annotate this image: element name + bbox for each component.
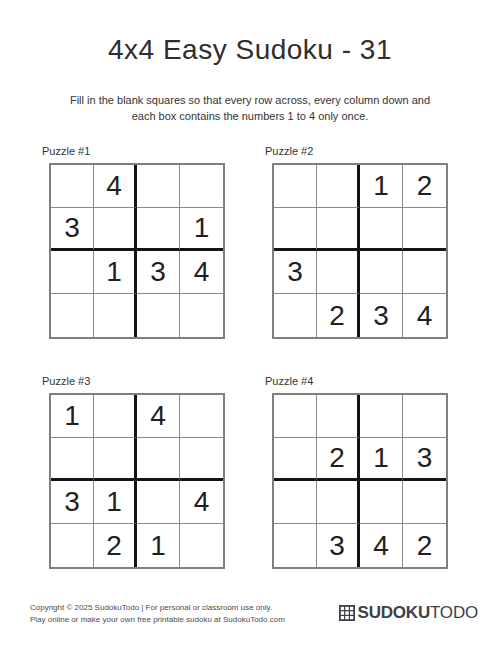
logo-text-todo: TODO [430, 603, 478, 622]
cell-r3c2[interactable] [317, 481, 360, 524]
cell-r3c3[interactable] [360, 251, 403, 294]
cell-r2c1[interactable] [51, 438, 94, 481]
puzzle-4-label: Puzzle #4 [265, 375, 465, 387]
cell-r1c3[interactable]: 4 [137, 395, 180, 438]
cell-r1c2[interactable] [94, 395, 137, 438]
copyright-line-2: Play online or make your own free printa… [30, 614, 285, 626]
cell-r1c4[interactable] [180, 165, 223, 208]
cell-r3c3[interactable] [360, 481, 403, 524]
cell-r3c1[interactable] [274, 481, 317, 524]
cell-r3c1[interactable]: 3 [274, 251, 317, 294]
logo-text-sudoku: SUDOKU [358, 603, 430, 622]
puzzle-1-label: Puzzle #1 [42, 145, 242, 157]
cell-r3c4[interactable]: 4 [180, 251, 223, 294]
cell-r2c1[interactable] [274, 438, 317, 481]
cell-r3c1[interactable] [51, 251, 94, 294]
cell-r1c4[interactable]: 2 [403, 165, 446, 208]
copyright-line-1: Copyright © 2025 SudokuTodo | For person… [30, 602, 285, 614]
instructions-line-2: each box contains the numbers 1 to 4 onl… [0, 109, 500, 125]
cell-r4c3[interactable] [137, 294, 180, 337]
cell-r2c1[interactable] [274, 208, 317, 251]
cell-r3c2[interactable]: 1 [94, 481, 137, 524]
cell-r3c2[interactable]: 1 [94, 251, 137, 294]
cell-r1c2[interactable] [317, 165, 360, 208]
cell-r2c2[interactable] [317, 208, 360, 251]
cell-r3c3[interactable]: 3 [137, 251, 180, 294]
cell-r1c2[interactable] [317, 395, 360, 438]
cell-r2c4[interactable] [180, 438, 223, 481]
cell-r2c2[interactable] [94, 208, 137, 251]
logo-wordmark: SUDOKUTODO [358, 603, 479, 623]
cell-r2c3[interactable] [360, 208, 403, 251]
cell-r3c4[interactable] [403, 481, 446, 524]
cell-r1c4[interactable] [403, 395, 446, 438]
cell-r4c2[interactable]: 3 [317, 524, 360, 567]
cell-r1c2[interactable]: 4 [94, 165, 137, 208]
puzzle-3-label: Puzzle #3 [42, 375, 242, 387]
cell-r4c2[interactable]: 2 [94, 524, 137, 567]
cell-r2c2[interactable] [94, 438, 137, 481]
cell-r3c4[interactable] [403, 251, 446, 294]
cell-r4c1[interactable] [51, 524, 94, 567]
cell-r1c3[interactable] [360, 395, 403, 438]
cell-r4c1[interactable] [51, 294, 94, 337]
cell-r4c3[interactable]: 3 [360, 294, 403, 337]
cell-r2c4[interactable]: 3 [403, 438, 446, 481]
cell-r1c1[interactable] [51, 165, 94, 208]
cell-r1c1[interactable]: 1 [51, 395, 94, 438]
cell-r4c3[interactable]: 4 [360, 524, 403, 567]
cell-r2c3[interactable]: 1 [360, 438, 403, 481]
footer-copyright: Copyright © 2025 SudokuTodo | For person… [30, 602, 285, 627]
cell-r3c4[interactable]: 4 [180, 481, 223, 524]
cell-r4c2[interactable]: 2 [317, 294, 360, 337]
cell-r4c1[interactable] [274, 294, 317, 337]
cell-r2c3[interactable] [137, 208, 180, 251]
instructions-line-1: Fill in the blank squares so that every … [0, 93, 500, 109]
cell-r4c4[interactable]: 4 [403, 294, 446, 337]
cell-r4c4[interactable] [180, 294, 223, 337]
cell-r1c4[interactable] [180, 395, 223, 438]
cell-r1c1[interactable] [274, 165, 317, 208]
puzzle-1: Puzzle #1 431134 [42, 145, 242, 339]
cell-r4c2[interactable] [94, 294, 137, 337]
cell-r4c3[interactable]: 1 [137, 524, 180, 567]
cell-r3c3[interactable] [137, 481, 180, 524]
instructions: Fill in the blank squares so that every … [0, 93, 500, 125]
puzzle-2-label: Puzzle #2 [265, 145, 465, 157]
cell-r4c4[interactable]: 2 [403, 524, 446, 567]
cell-r4c4[interactable] [180, 524, 223, 567]
page-title: 4x4 Easy Sudoku - 31 [0, 34, 500, 66]
cell-r1c3[interactable] [137, 165, 180, 208]
cell-r2c1[interactable]: 3 [51, 208, 94, 251]
sudoku-grid-icon [339, 605, 355, 621]
puzzle-4: Puzzle #4 213342 [265, 375, 465, 569]
cell-r2c2[interactable]: 2 [317, 438, 360, 481]
sudoku-grid-2: 123234 [272, 163, 448, 339]
sudoku-grid-1: 431134 [49, 163, 225, 339]
sudoku-grid-3: 1431421 [49, 393, 225, 569]
cell-r2c4[interactable] [403, 208, 446, 251]
cell-r1c1[interactable] [274, 395, 317, 438]
cell-r1c3[interactable]: 1 [360, 165, 403, 208]
cell-r4c1[interactable] [274, 524, 317, 567]
sudokutodo-logo: SUDOKUTODO [339, 603, 479, 623]
cell-r2c3[interactable] [137, 438, 180, 481]
puzzle-2: Puzzle #2 123234 [265, 145, 465, 339]
cell-r3c1[interactable]: 3 [51, 481, 94, 524]
cell-r3c2[interactable] [317, 251, 360, 294]
sudoku-grid-4: 213342 [272, 393, 448, 569]
cell-r2c4[interactable]: 1 [180, 208, 223, 251]
puzzle-3: Puzzle #3 1431421 [42, 375, 242, 569]
